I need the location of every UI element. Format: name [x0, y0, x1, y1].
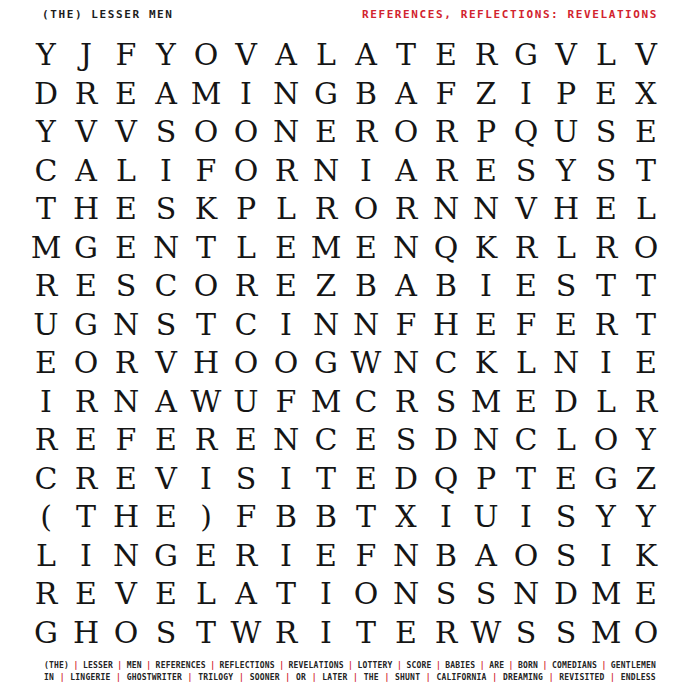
grid-cell-r4c6[interactable]: O: [226, 152, 266, 191]
grid-cell-r2c7[interactable]: N: [266, 75, 306, 114]
grid-cell-r16c1[interactable]: G: [26, 614, 66, 653]
grid-cell-r10c7[interactable]: F: [266, 383, 306, 422]
grid-cell-r12c14[interactable]: E: [546, 460, 586, 499]
grid-cell-r13c15[interactable]: Y: [586, 498, 626, 537]
grid-cell-r5c13[interactable]: V: [506, 190, 546, 229]
grid-cell-r1c4[interactable]: Y: [146, 36, 186, 75]
grid-cell-r7c5[interactable]: O: [186, 267, 226, 306]
grid-cell-r8c15[interactable]: R: [586, 306, 626, 345]
grid-cell-r16c4[interactable]: S: [146, 614, 186, 653]
grid-cell-r7c14[interactable]: S: [546, 267, 586, 306]
grid-cell-r2c4[interactable]: A: [146, 75, 186, 114]
grid-cell-r2c10[interactable]: A: [386, 75, 426, 114]
grid-cell-r14c8[interactable]: E: [306, 537, 346, 576]
grid-cell-r8c9[interactable]: N: [346, 306, 386, 345]
grid-cell-r12c3[interactable]: E: [106, 460, 146, 499]
grid-cell-r6c11[interactable]: Q: [426, 229, 466, 268]
word-separator-icon: |: [601, 660, 606, 672]
grid-cell-r10c13[interactable]: E: [506, 383, 546, 422]
word-list-item: REFLECTIONS: [220, 660, 275, 672]
grid-cell-r11c3[interactable]: F: [106, 421, 146, 460]
grid-cell-r2c1[interactable]: D: [26, 75, 66, 114]
grid-cell-r7c13[interactable]: E: [506, 267, 546, 306]
grid-cell-r12c10[interactable]: D: [386, 460, 426, 499]
word-list-item: CALIFORNIA: [436, 672, 486, 684]
grid-cell-r13c6[interactable]: F: [226, 498, 266, 537]
grid-cell-r16c15[interactable]: M: [586, 614, 626, 653]
grid-cell-r16c3[interactable]: O: [106, 614, 146, 653]
grid-cell-r7c6[interactable]: R: [226, 267, 266, 306]
grid-cell-r7c4[interactable]: C: [146, 267, 186, 306]
word-separator-icon: |: [480, 660, 485, 672]
grid-cell-r14c2[interactable]: I: [66, 537, 106, 576]
word-list-item: LESSER: [83, 660, 113, 672]
grid-cell-r14c12[interactable]: A: [466, 537, 506, 576]
grid-cell-r3c7[interactable]: N: [266, 113, 306, 152]
grid-cell-r8c7[interactable]: I: [266, 306, 306, 345]
grid-cell-r15c3[interactable]: V: [106, 575, 146, 614]
grid-cell-r16c5[interactable]: T: [186, 614, 226, 653]
word-separator-icon: |: [188, 672, 193, 684]
grid-cell-r11c4[interactable]: E: [146, 421, 186, 460]
grid-cell-r12c4[interactable]: V: [146, 460, 186, 499]
grid-cell-r11c11[interactable]: D: [426, 421, 466, 460]
grid-cell-r5c6[interactable]: P: [226, 190, 266, 229]
word-separator-icon: |: [509, 660, 514, 672]
grid-cell-r1c12[interactable]: R: [466, 36, 506, 75]
word-separator-icon: |: [549, 672, 554, 684]
grid-cell-r1c11[interactable]: E: [426, 36, 466, 75]
grid-cell-r1c1[interactable]: Y: [26, 36, 66, 75]
grid-cell-r11c10[interactable]: S: [386, 421, 426, 460]
grid-cell-r6c5[interactable]: T: [186, 229, 226, 268]
grid-cell-r11c6[interactable]: E: [226, 421, 266, 460]
grid-cell-r3c15[interactable]: S: [586, 113, 626, 152]
grid-cell-r13c11[interactable]: I: [426, 498, 466, 537]
grid-cell-r4c5[interactable]: F: [186, 152, 226, 191]
grid-cell-r3c2[interactable]: V: [66, 113, 106, 152]
grid-cell-r2c12[interactable]: Z: [466, 75, 506, 114]
word-list-item: GHOSTWRITER: [127, 672, 182, 684]
grid-cell-r8c10[interactable]: F: [386, 306, 426, 345]
grid-cell-r4c15[interactable]: S: [586, 152, 626, 191]
grid-cell-r16c10[interactable]: E: [386, 614, 426, 653]
grid-cell-r5c15[interactable]: E: [586, 190, 626, 229]
grid-cell-r5c11[interactable]: N: [426, 190, 466, 229]
grid-cell-r3c5[interactable]: O: [186, 113, 226, 152]
grid-cell-r1c3[interactable]: F: [106, 36, 146, 75]
grid-cell-r13c7[interactable]: B: [266, 498, 306, 537]
grid-cell-r8c1[interactable]: U: [26, 306, 66, 345]
grid-cell-r12c6[interactable]: S: [226, 460, 266, 499]
grid-cell-r10c6[interactable]: U: [226, 383, 266, 422]
grid-cell-r16c12[interactable]: W: [466, 614, 506, 653]
word-separator-icon: |: [542, 660, 547, 672]
grid-cell-r3c13[interactable]: Q: [506, 113, 546, 152]
grid-cell-r14c4[interactable]: G: [146, 537, 186, 576]
word-list-item: ARE: [489, 660, 504, 672]
grid-cell-r3c12[interactable]: P: [466, 113, 506, 152]
grid-cell-r1c6[interactable]: V: [226, 36, 266, 75]
grid-cell-r6c1[interactable]: M: [26, 229, 66, 268]
grid-cell-r12c8[interactable]: T: [306, 460, 346, 499]
grid-cell-r13c12[interactable]: U: [466, 498, 506, 537]
grid-cell-r13c16[interactable]: Y: [626, 498, 666, 537]
grid-cell-r14c1[interactable]: L: [26, 537, 66, 576]
grid-cell-r8c6[interactable]: C: [226, 306, 266, 345]
word-list-item: SOONER: [250, 672, 280, 684]
artist-name: (THE) LESSER MEN: [42, 8, 174, 21]
grid-cell-r10c4[interactable]: A: [146, 383, 186, 422]
grid-cell-r4c16[interactable]: T: [626, 152, 666, 191]
grid-cell-r7c8[interactable]: Z: [306, 267, 346, 306]
grid-cell-r13c10[interactable]: X: [386, 498, 426, 537]
grid-cell-r16c8[interactable]: I: [306, 614, 346, 653]
grid-cell-r16c6[interactable]: W: [226, 614, 266, 653]
grid-cell-r3c9[interactable]: R: [346, 113, 386, 152]
grid-cell-r1c16[interactable]: V: [626, 36, 666, 75]
grid-cell-r13c3[interactable]: H: [106, 498, 146, 537]
grid-cell-r4c9[interactable]: I: [346, 152, 386, 191]
grid-cell-r11c5[interactable]: R: [186, 421, 226, 460]
grid-cell-r16c14[interactable]: S: [546, 614, 586, 653]
grid-cell-r15c1[interactable]: R: [26, 575, 66, 614]
grid-cell-r6c9[interactable]: E: [346, 229, 386, 268]
grid-cell-r12c11[interactable]: Q: [426, 460, 466, 499]
grid-cell-r13c5[interactable]: ): [186, 498, 226, 537]
grid-cell-r15c10[interactable]: N: [386, 575, 426, 614]
grid-cell-r1c2[interactable]: J: [66, 36, 106, 75]
word-list-item: OR: [296, 672, 306, 684]
grid-cell-r15c4[interactable]: E: [146, 575, 186, 614]
grid-cell-r9c10[interactable]: N: [386, 344, 426, 383]
grid-cell-r11c7[interactable]: N: [266, 421, 306, 460]
grid-cell-r5c10[interactable]: R: [386, 190, 426, 229]
grid-cell-r6c8[interactable]: M: [306, 229, 346, 268]
word-separator-icon: |: [384, 672, 389, 684]
grid-cell-r3c16[interactable]: E: [626, 113, 666, 152]
album-cover-word-search: (THE) LESSER MEN REFERENCES, REFLECTIONS…: [0, 0, 700, 700]
grid-cell-r2c9[interactable]: B: [346, 75, 386, 114]
grid-cell-r9c3[interactable]: R: [106, 344, 146, 383]
header: (THE) LESSER MEN REFERENCES, REFLECTIONS…: [42, 8, 658, 21]
grid-cell-r11c1[interactable]: R: [26, 421, 66, 460]
grid-cell-r8c16[interactable]: T: [626, 306, 666, 345]
grid-cell-r15c5[interactable]: L: [186, 575, 226, 614]
grid-cell-r9c12[interactable]: K: [466, 344, 506, 383]
grid-cell-r11c2[interactable]: E: [66, 421, 106, 460]
grid-cell-r5c7[interactable]: L: [266, 190, 306, 229]
grid-cell-r15c7[interactable]: T: [266, 575, 306, 614]
grid-cell-r9c7[interactable]: O: [266, 344, 306, 383]
grid-cell-r14c14[interactable]: S: [546, 537, 586, 576]
word-list-item: REVISITED: [559, 672, 604, 684]
grid-cell-r7c1[interactable]: R: [26, 267, 66, 306]
grid-cell-r13c2[interactable]: T: [66, 498, 106, 537]
grid-cell-r2c8[interactable]: G: [306, 75, 346, 114]
grid-cell-r4c3[interactable]: L: [106, 152, 146, 191]
grid-cell-r13c14[interactable]: S: [546, 498, 586, 537]
grid-cell-r3c4[interactable]: S: [146, 113, 186, 152]
grid-cell-r2c6[interactable]: I: [226, 75, 266, 114]
grid-cell-r2c15[interactable]: E: [586, 75, 626, 114]
grid-cell-r15c8[interactable]: I: [306, 575, 346, 614]
grid-cell-r5c14[interactable]: H: [546, 190, 586, 229]
grid-cell-r11c13[interactable]: C: [506, 421, 546, 460]
grid-cell-r5c4[interactable]: S: [146, 190, 186, 229]
grid-cell-r10c9[interactable]: C: [346, 383, 386, 422]
grid-cell-r4c7[interactable]: R: [266, 152, 306, 191]
grid-cell-r7c16[interactable]: T: [626, 267, 666, 306]
grid-cell-r6c16[interactable]: O: [626, 229, 666, 268]
grid-cell-r14c3[interactable]: N: [106, 537, 146, 576]
grid-cell-r4c11[interactable]: R: [426, 152, 466, 191]
word-separator-icon: |: [426, 672, 431, 684]
grid-cell-r5c2[interactable]: H: [66, 190, 106, 229]
grid-cell-r10c2[interactable]: R: [66, 383, 106, 422]
grid-cell-r4c12[interactable]: E: [466, 152, 506, 191]
grid-cell-r2c16[interactable]: X: [626, 75, 666, 114]
grid-cell-r1c15[interactable]: L: [586, 36, 626, 75]
grid-cell-r12c13[interactable]: T: [506, 460, 546, 499]
grid-cell-r8c12[interactable]: E: [466, 306, 506, 345]
word-list-item: LINGERIE: [70, 672, 110, 684]
word-separator-icon: |: [116, 672, 121, 684]
grid-cell-r9c16[interactable]: E: [626, 344, 666, 383]
grid-cell-r9c13[interactable]: L: [506, 344, 546, 383]
grid-cell-r7c9[interactable]: B: [346, 267, 386, 306]
grid-cell-r16c7[interactable]: R: [266, 614, 306, 653]
grid-cell-r6c12[interactable]: K: [466, 229, 506, 268]
grid-cell-r6c2[interactable]: G: [66, 229, 106, 268]
grid-cell-r8c13[interactable]: F: [506, 306, 546, 345]
word-list-item: THE: [364, 672, 379, 684]
grid-cell-r4c2[interactable]: A: [66, 152, 106, 191]
grid-cell-r4c14[interactable]: Y: [546, 152, 586, 191]
word-list-item: REVELATIONS: [289, 660, 344, 672]
word-list-item: LATER: [322, 672, 347, 684]
grid-cell-r15c9[interactable]: O: [346, 575, 386, 614]
grid-cell-r9c2[interactable]: O: [66, 344, 106, 383]
grid-cell-r15c13[interactable]: N: [506, 575, 546, 614]
grid-cell-r8c8[interactable]: N: [306, 306, 346, 345]
grid-cell-r16c11[interactable]: R: [426, 614, 466, 653]
grid-cell-r3c1[interactable]: Y: [26, 113, 66, 152]
grid-cell-r14c7[interactable]: I: [266, 537, 306, 576]
grid-cell-r14c9[interactable]: F: [346, 537, 386, 576]
grid-cell-r12c15[interactable]: G: [586, 460, 626, 499]
grid-cell-r16c16[interactable]: O: [626, 614, 666, 653]
grid-cell-r10c11[interactable]: S: [426, 383, 466, 422]
grid-cell-r9c11[interactable]: C: [426, 344, 466, 383]
grid-cell-r5c9[interactable]: O: [346, 190, 386, 229]
grid-cell-r10c15[interactable]: L: [586, 383, 626, 422]
grid-cell-r10c10[interactable]: R: [386, 383, 426, 422]
word-separator-icon: |: [146, 660, 151, 672]
grid-cell-r4c1[interactable]: C: [26, 152, 66, 191]
grid-cell-r3c6[interactable]: O: [226, 113, 266, 152]
grid-cell-r8c5[interactable]: T: [186, 306, 226, 345]
grid-cell-r11c16[interactable]: Y: [626, 421, 666, 460]
grid-cell-r6c10[interactable]: N: [386, 229, 426, 268]
grid-cell-r1c9[interactable]: A: [346, 36, 386, 75]
grid-cell-r7c7[interactable]: E: [266, 267, 306, 306]
grid-cell-r13c4[interactable]: E: [146, 498, 186, 537]
grid-cell-r3c10[interactable]: O: [386, 113, 426, 152]
grid-cell-r10c3[interactable]: N: [106, 383, 146, 422]
grid-cell-r15c11[interactable]: S: [426, 575, 466, 614]
grid-cell-r3c11[interactable]: R: [426, 113, 466, 152]
grid-cell-r14c5[interactable]: E: [186, 537, 226, 576]
grid-cell-r9c6[interactable]: O: [226, 344, 266, 383]
word-separator-icon: |: [285, 672, 290, 684]
grid-cell-r15c15[interactable]: M: [586, 575, 626, 614]
grid-cell-r5c5[interactable]: K: [186, 190, 226, 229]
grid-cell-r5c12[interactable]: N: [466, 190, 506, 229]
grid-cell-r10c16[interactable]: R: [626, 383, 666, 422]
grid-cell-r1c14[interactable]: V: [546, 36, 586, 75]
grid-cell-r12c16[interactable]: Z: [626, 460, 666, 499]
grid-cell-r7c3[interactable]: S: [106, 267, 146, 306]
grid-cell-r14c10[interactable]: N: [386, 537, 426, 576]
grid-cell-r9c5[interactable]: H: [186, 344, 226, 383]
word-separator-icon: |: [492, 672, 497, 684]
grid-cell-r2c13[interactable]: I: [506, 75, 546, 114]
grid-cell-r12c1[interactable]: C: [26, 460, 66, 499]
grid-cell-r11c12[interactable]: N: [466, 421, 506, 460]
grid-cell-r13c9[interactable]: T: [346, 498, 386, 537]
grid-cell-r9c4[interactable]: V: [146, 344, 186, 383]
grid-cell-r5c1[interactable]: T: [26, 190, 66, 229]
grid-cell-r16c2[interactable]: H: [66, 614, 106, 653]
word-list-item: (THE): [44, 660, 69, 672]
grid-cell-r6c4[interactable]: N: [146, 229, 186, 268]
grid-cell-r15c12[interactable]: S: [466, 575, 506, 614]
word-separator-icon: |: [348, 660, 353, 672]
grid-cell-r2c2[interactable]: R: [66, 75, 106, 114]
word-separator-icon: |: [210, 660, 215, 672]
grid-cell-r13c8[interactable]: B: [306, 498, 346, 537]
album-title: REFERENCES, REFLECTIONS: REVELATIONS: [362, 8, 658, 21]
grid-cell-r11c8[interactable]: C: [306, 421, 346, 460]
grid-cell-r12c7[interactable]: I: [266, 460, 306, 499]
grid-cell-r1c8[interactable]: L: [306, 36, 346, 75]
word-list-line-2: IN|LINGERIE|GHOSTWRITER|TRILOGY|SOONER|O…: [44, 672, 656, 684]
word-list-item: COMEDIANS: [552, 660, 597, 672]
grid-cell-r9c14[interactable]: N: [546, 344, 586, 383]
word-list: (THE)|LESSER|MEN|REFERENCES|REFLECTIONS|…: [44, 660, 656, 683]
grid-cell-r11c14[interactable]: L: [546, 421, 586, 460]
grid-cell-r6c15[interactable]: R: [586, 229, 626, 268]
grid-cell-r3c3[interactable]: V: [106, 113, 146, 152]
grid-cell-r14c15[interactable]: I: [586, 537, 626, 576]
grid-cell-r7c10[interactable]: A: [386, 267, 426, 306]
grid-cell-r2c3[interactable]: E: [106, 75, 146, 114]
grid-cell-r1c13[interactable]: G: [506, 36, 546, 75]
grid-cell-r13c13[interactable]: I: [506, 498, 546, 537]
word-separator-icon: |: [239, 672, 244, 684]
grid-cell-r9c9[interactable]: W: [346, 344, 386, 383]
grid-cell-r7c11[interactable]: B: [426, 267, 466, 306]
grid-cell-r16c13[interactable]: S: [506, 614, 546, 653]
grid-cell-r1c10[interactable]: T: [386, 36, 426, 75]
grid-cell-r11c15[interactable]: O: [586, 421, 626, 460]
grid-cell-r5c16[interactable]: L: [626, 190, 666, 229]
grid-cell-r7c15[interactable]: T: [586, 267, 626, 306]
grid-cell-r12c9[interactable]: E: [346, 460, 386, 499]
grid-cell-r8c14[interactable]: E: [546, 306, 586, 345]
word-list-item: SHUNT: [395, 672, 420, 684]
grid-cell-r9c8[interactable]: G: [306, 344, 346, 383]
grid-cell-r12c2[interactable]: R: [66, 460, 106, 499]
grid-cell-r12c12[interactable]: P: [466, 460, 506, 499]
grid-cell-r10c8[interactable]: M: [306, 383, 346, 422]
grid-cell-r3c8[interactable]: E: [306, 113, 346, 152]
grid-cell-r7c12[interactable]: I: [466, 267, 506, 306]
grid-cell-r2c11[interactable]: F: [426, 75, 466, 114]
grid-cell-r4c8[interactable]: N: [306, 152, 346, 191]
grid-cell-r12c5[interactable]: I: [186, 460, 226, 499]
grid-cell-r4c10[interactable]: A: [386, 152, 426, 191]
grid-cell-r4c4[interactable]: I: [146, 152, 186, 191]
grid-cell-r10c1[interactable]: I: [26, 383, 66, 422]
grid-cell-r14c6[interactable]: R: [226, 537, 266, 576]
grid-cell-r14c16[interactable]: K: [626, 537, 666, 576]
word-list-item: DREAMING: [503, 672, 543, 684]
grid-cell-r15c2[interactable]: E: [66, 575, 106, 614]
grid-cell-r9c15[interactable]: I: [586, 344, 626, 383]
word-separator-icon: |: [353, 672, 358, 684]
grid-cell-r6c7[interactable]: E: [266, 229, 306, 268]
grid-cell-r2c5[interactable]: M: [186, 75, 226, 114]
grid-cell-r11c9[interactable]: E: [346, 421, 386, 460]
grid-cell-r16c9[interactable]: T: [346, 614, 386, 653]
grid-cell-r4c13[interactable]: S: [506, 152, 546, 191]
word-list-item: GENTLEMEN: [611, 660, 656, 672]
grid-cell-r10c14[interactable]: D: [546, 383, 586, 422]
grid-cell-r6c3[interactable]: E: [106, 229, 146, 268]
grid-cell-r6c14[interactable]: L: [546, 229, 586, 268]
grid-cell-r14c13[interactable]: O: [506, 537, 546, 576]
grid-cell-r8c2[interactable]: G: [66, 306, 106, 345]
grid-cell-r9c1[interactable]: E: [26, 344, 66, 383]
word-list-item: IN: [44, 672, 54, 684]
word-search-grid: YJFYOVALATERGVLVDREAMINGBAFZIPEXYVVSOONE…: [26, 36, 666, 652]
grid-cell-r5c8[interactable]: R: [306, 190, 346, 229]
grid-cell-r2c14[interactable]: P: [546, 75, 586, 114]
grid-cell-r6c13[interactable]: R: [506, 229, 546, 268]
grid-cell-r3c14[interactable]: U: [546, 113, 586, 152]
grid-cell-r8c4[interactable]: S: [146, 306, 186, 345]
grid-cell-r14c11[interactable]: B: [426, 537, 466, 576]
grid-cell-r1c7[interactable]: A: [266, 36, 306, 75]
grid-cell-r15c14[interactable]: D: [546, 575, 586, 614]
grid-cell-r1c5[interactable]: O: [186, 36, 226, 75]
word-list-item: SCORE: [406, 660, 431, 672]
word-separator-icon: |: [60, 672, 65, 684]
grid-cell-r6c6[interactable]: L: [226, 229, 266, 268]
grid-cell-r7c2[interactable]: E: [66, 267, 106, 306]
word-separator-icon: |: [610, 672, 615, 684]
grid-cell-r10c12[interactable]: M: [466, 383, 506, 422]
grid-cell-r15c16[interactable]: E: [626, 575, 666, 614]
grid-cell-r8c3[interactable]: N: [106, 306, 146, 345]
grid-cell-r5c3[interactable]: E: [106, 190, 146, 229]
grid-cell-r8c11[interactable]: H: [426, 306, 466, 345]
grid-cell-r15c6[interactable]: A: [226, 575, 266, 614]
grid-cell-r10c5[interactable]: W: [186, 383, 226, 422]
grid-cell-r13c1[interactable]: (: [26, 498, 66, 537]
